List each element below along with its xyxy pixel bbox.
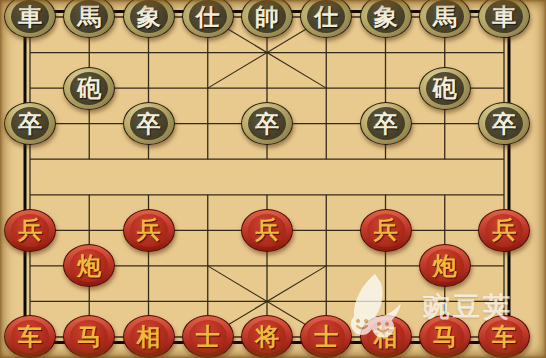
piece-character: 兵 — [367, 214, 405, 247]
board-point-i9[interactable] — [474, 35, 533, 71]
piece-red-horse-b1[interactable]: 马 — [63, 315, 115, 358]
piece-character: 相 — [130, 320, 168, 353]
piece-character: 車 — [11, 0, 49, 33]
board-point-b7[interactable] — [60, 106, 119, 142]
board-point-d2[interactable] — [178, 284, 237, 320]
board-point-d8[interactable] — [178, 70, 237, 106]
piece-character: 士 — [307, 320, 345, 353]
piece-red-soldier-c4[interactable]: 兵 — [123, 209, 175, 252]
board-point-d4[interactable] — [178, 212, 237, 248]
piece-character: 将 — [248, 320, 286, 353]
board-point-g2[interactable] — [356, 284, 415, 320]
board-points-grid: 車馬象仕帥仕象馬車砲砲卒卒卒卒卒兵兵兵兵兵炮炮车马相士将士相马车 — [0, 0, 533, 355]
board-point-h4[interactable] — [415, 212, 474, 248]
board-point-a6[interactable] — [0, 141, 59, 177]
board-point-g6[interactable] — [356, 141, 415, 177]
piece-character: 马 — [426, 320, 464, 353]
board-point-i6[interactable] — [474, 141, 533, 177]
board-point-e9[interactable] — [237, 35, 296, 71]
piece-character: 士 — [189, 320, 227, 353]
piece-character: 兵 — [11, 214, 49, 247]
board-point-h6[interactable] — [415, 141, 474, 177]
board-point-c2[interactable] — [119, 284, 178, 320]
piece-character: 馬 — [426, 0, 464, 33]
board-point-c9[interactable] — [119, 35, 178, 71]
board-point-b6[interactable] — [60, 141, 119, 177]
piece-red-soldier-e4[interactable]: 兵 — [241, 209, 293, 252]
piece-character: 卒 — [11, 107, 49, 140]
piece-red-chariot-a1[interactable]: 车 — [4, 315, 56, 358]
piece-red-elephant-g1[interactable]: 相 — [360, 315, 412, 358]
board-point-g9[interactable] — [356, 35, 415, 71]
piece-character: 卒 — [248, 107, 286, 140]
piece-character: 车 — [485, 320, 523, 353]
board-point-d7[interactable] — [178, 106, 237, 142]
piece-character: 兵 — [248, 214, 286, 247]
board-point-a5[interactable] — [0, 177, 59, 213]
piece-character: 象 — [130, 0, 168, 33]
piece-black-cannon-b8[interactable]: 砲 — [63, 67, 115, 110]
piece-red-chariot-i1[interactable]: 车 — [478, 315, 530, 358]
piece-character: 砲 — [426, 72, 464, 105]
board-point-f4[interactable] — [297, 212, 356, 248]
board-point-g8[interactable] — [356, 70, 415, 106]
board-point-c6[interactable] — [119, 141, 178, 177]
piece-black-soldier-g7[interactable]: 卒 — [360, 102, 412, 145]
piece-character: 炮 — [426, 249, 464, 282]
board-point-f6[interactable] — [297, 141, 356, 177]
board-point-a8[interactable] — [0, 70, 59, 106]
piece-red-cannon-h3[interactable]: 炮 — [419, 244, 471, 287]
board-point-e5[interactable] — [237, 177, 296, 213]
board-point-b4[interactable] — [60, 212, 119, 248]
piece-character: 馬 — [70, 0, 108, 33]
board-point-d5[interactable] — [178, 177, 237, 213]
board-point-f7[interactable] — [297, 106, 356, 142]
piece-red-soldier-g4[interactable]: 兵 — [360, 209, 412, 252]
piece-character: 車 — [485, 0, 523, 33]
piece-character: 卒 — [485, 107, 523, 140]
board-point-f2[interactable] — [297, 284, 356, 320]
piece-character: 相 — [367, 320, 405, 353]
piece-character: 卒 — [367, 107, 405, 140]
board-point-f5[interactable] — [297, 177, 356, 213]
board-point-h5[interactable] — [415, 177, 474, 213]
board-point-h7[interactable] — [415, 106, 474, 142]
board-point-f8[interactable] — [297, 70, 356, 106]
piece-character: 兵 — [485, 214, 523, 247]
board-point-i5[interactable] — [474, 177, 533, 213]
piece-red-elephant-c1[interactable]: 相 — [123, 315, 175, 358]
board-point-c3[interactable] — [119, 248, 178, 284]
board-point-e8[interactable] — [237, 70, 296, 106]
board-point-i2[interactable] — [474, 284, 533, 320]
board-point-d9[interactable] — [178, 35, 237, 71]
piece-black-cannon-h8[interactable]: 砲 — [419, 67, 471, 110]
piece-black-soldier-a7[interactable]: 卒 — [4, 102, 56, 145]
board-point-i8[interactable] — [474, 70, 533, 106]
piece-character: 帥 — [248, 0, 286, 33]
board-point-c5[interactable] — [119, 177, 178, 213]
board-point-i3[interactable] — [474, 248, 533, 284]
board-point-g5[interactable] — [356, 177, 415, 213]
piece-character: 兵 — [130, 214, 168, 247]
board-point-e3[interactable] — [237, 248, 296, 284]
piece-character: 马 — [70, 320, 108, 353]
piece-red-soldier-a4[interactable]: 兵 — [4, 209, 56, 252]
board-point-h9[interactable] — [415, 35, 474, 71]
board-point-f3[interactable] — [297, 248, 356, 284]
piece-red-advisor-d1[interactable]: 士 — [182, 315, 234, 358]
piece-character: 砲 — [70, 72, 108, 105]
board-point-d6[interactable] — [178, 141, 237, 177]
board-point-b2[interactable] — [60, 284, 119, 320]
board-point-b5[interactable] — [60, 177, 119, 213]
piece-red-general-e1[interactable]: 将 — [241, 315, 293, 358]
piece-black-soldier-i7[interactable]: 卒 — [478, 102, 530, 145]
piece-character: 仕 — [189, 0, 227, 33]
board-point-e2[interactable] — [237, 284, 296, 320]
piece-character: 卒 — [130, 107, 168, 140]
piece-black-soldier-c7[interactable]: 卒 — [123, 102, 175, 145]
board-point-g3[interactable] — [356, 248, 415, 284]
piece-red-horse-h1[interactable]: 马 — [419, 315, 471, 358]
board-point-h2[interactable] — [415, 284, 474, 320]
board-point-a2[interactable] — [0, 284, 59, 320]
board-point-a9[interactable] — [0, 35, 59, 71]
board-point-e6[interactable] — [237, 141, 296, 177]
piece-character: 车 — [11, 320, 49, 353]
piece-character: 炮 — [70, 249, 108, 282]
piece-black-soldier-e7[interactable]: 卒 — [241, 102, 293, 145]
board-point-a3[interactable] — [0, 248, 59, 284]
xiangqi-board: 車馬象仕帥仕象馬車砲砲卒卒卒卒卒兵兵兵兵兵炮炮车马相士将士相马车 豌豆荚 — [0, 0, 546, 358]
board-point-b9[interactable] — [60, 35, 119, 71]
piece-red-soldier-i4[interactable]: 兵 — [478, 209, 530, 252]
board-point-c8[interactable] — [119, 70, 178, 106]
board-point-d3[interactable] — [178, 248, 237, 284]
piece-red-advisor-f1[interactable]: 士 — [300, 315, 352, 358]
piece-character: 仕 — [307, 0, 345, 33]
board-point-f9[interactable] — [297, 35, 356, 71]
piece-character: 象 — [367, 0, 405, 33]
